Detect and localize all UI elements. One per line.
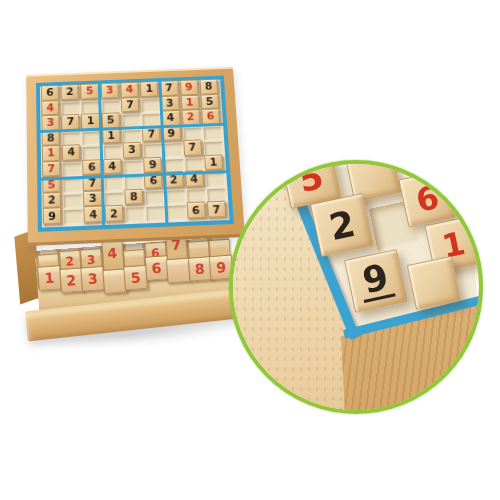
- sudoku-cell[interactable]: 1: [141, 84, 159, 98]
- sudoku-tile[interactable]: 7: [183, 140, 202, 156]
- sudoku-tile[interactable]: 9: [143, 157, 162, 173]
- sudoku-tile[interactable]: 8: [124, 189, 143, 206]
- sudoku-tile[interactable]: 1: [42, 145, 60, 161]
- sudoku-tile[interactable]: 3: [160, 95, 179, 111]
- product-photo: 6253417984731537154268179143776491576242…: [0, 0, 500, 500]
- sudoku-tile[interactable]: 1: [180, 94, 199, 110]
- stack-front-tile[interactable]: 5: [123, 265, 148, 291]
- sudoku-cell[interactable]: 7: [143, 129, 162, 143]
- sudoku-cell[interactable]: [64, 210, 83, 225]
- sudoku-cell[interactable]: [126, 207, 145, 222]
- sudoku-cell[interactable]: 3: [101, 85, 119, 99]
- sudoku-tile[interactable]: 7: [207, 201, 226, 218]
- sudoku-tile[interactable]: 2: [104, 205, 123, 222]
- sudoku-cell[interactable]: 3: [124, 145, 143, 159]
- inset-blank-tile: [407, 256, 462, 311]
- sudoku-tile[interactable]: 4: [62, 144, 81, 160]
- sudoku-cell[interactable]: [142, 99, 161, 113]
- sudoku-tile[interactable]: 5: [101, 112, 120, 128]
- sudoku-tile[interactable]: 3: [100, 83, 118, 99]
- drawer-tile-stack[interactable]: 66: [143, 242, 163, 243]
- sudoku-grid: 6253417984731537154268179143776491576242…: [40, 80, 230, 228]
- sudoku-tile[interactable]: 8: [199, 79, 218, 95]
- sudoku-tile[interactable]: 6: [201, 109, 220, 125]
- sudoku-cell[interactable]: 7: [184, 143, 203, 157]
- sudoku-cell[interactable]: 4: [85, 209, 104, 224]
- sudoku-tile[interactable]: 4: [84, 206, 103, 223]
- inset-tile: 9: [344, 249, 408, 313]
- drawer-tile-stack[interactable]: 22: [57, 248, 77, 249]
- sudoku-tile[interactable]: 7: [61, 114, 79, 130]
- sudoku-tile[interactable]: 7: [42, 161, 61, 177]
- sudoku-tile[interactable]: 3: [83, 190, 102, 207]
- sudoku-tile[interactable]: 4: [41, 100, 59, 116]
- sudoku-cell[interactable]: 9: [44, 211, 63, 226]
- sudoku-tile[interactable]: 2: [42, 192, 61, 209]
- sudoku-cell[interactable]: [206, 173, 225, 187]
- sudoku-tile[interactable]: 3: [41, 115, 59, 131]
- sudoku-tile[interactable]: 9: [180, 79, 199, 95]
- sudoku-tile[interactable]: 7: [121, 97, 140, 113]
- inset-tile: 6: [398, 169, 456, 227]
- sudoku-tile[interactable]: 7: [160, 80, 179, 96]
- sudoku-cell[interactable]: [203, 126, 222, 140]
- sudoku-cell[interactable]: 9: [163, 128, 182, 142]
- sudoku-tile[interactable]: 5: [81, 83, 99, 99]
- drawer-tile-stack[interactable]: 7: [165, 240, 185, 241]
- stack-front-tile[interactable]: [166, 258, 191, 284]
- sudoku-tile[interactable]: 2: [181, 109, 200, 125]
- sudoku-tile[interactable]: 6: [186, 202, 205, 219]
- sudoku-tile[interactable]: 4: [120, 82, 138, 98]
- sudoku-cell[interactable]: [166, 190, 185, 205]
- sudoku-cell[interactable]: 1: [103, 130, 122, 144]
- drawer-tile-stack[interactable]: 4: [100, 245, 120, 246]
- sudoku-cell[interactable]: [104, 177, 123, 191]
- drawer-tile-stack[interactable]: 33: [79, 246, 99, 247]
- sudoku-board: 6253417984731537154268179143776491576242…: [26, 67, 245, 246]
- drawer-tile-stack[interactable]: 5: [122, 243, 142, 244]
- sudoku-cell[interactable]: [64, 178, 83, 192]
- magnifier-inset: 52619: [229, 160, 483, 414]
- drawer-tile-stack[interactable]: 1: [36, 249, 56, 250]
- sudoku-cell[interactable]: [167, 206, 186, 221]
- sudoku-cell[interactable]: [64, 194, 83, 209]
- sudoku-tile[interactable]: 6: [41, 85, 59, 101]
- stack-front-tile[interactable]: 1: [37, 265, 62, 291]
- sudoku-tile[interactable]: 3: [122, 142, 141, 158]
- sudoku-tile[interactable]: 2: [61, 84, 79, 100]
- sudoku-tile[interactable]: 1: [81, 113, 99, 129]
- sudoku-tile[interactable]: 5: [200, 94, 219, 110]
- sudoku-tile[interactable]: 1: [140, 81, 159, 97]
- stack-front-tile[interactable]: 3: [80, 266, 105, 292]
- inset-tile: 2: [310, 193, 374, 257]
- sudoku-cell[interactable]: 7: [122, 100, 141, 114]
- sudoku-cell[interactable]: [146, 191, 165, 206]
- sudoku-cell[interactable]: [164, 143, 183, 157]
- drawer[interactable]: 122334566789: [20, 228, 241, 349]
- sudoku-cell[interactable]: 4: [63, 147, 82, 161]
- sudoku-cell[interactable]: 8: [125, 192, 144, 207]
- sudoku-cell[interactable]: [83, 131, 102, 145]
- sudoku-tile[interactable]: 4: [103, 158, 122, 174]
- sudoku-tile[interactable]: 1: [204, 154, 223, 170]
- sudoku-cell[interactable]: [146, 207, 165, 222]
- sudoku-cell[interactable]: 4: [186, 173, 205, 187]
- sudoku-cell[interactable]: 6: [145, 175, 164, 189]
- sudoku-cell[interactable]: 2: [165, 174, 184, 188]
- sudoku-cell[interactable]: 6: [187, 205, 206, 220]
- sudoku-cell[interactable]: 2: [105, 208, 124, 223]
- sudoku-tile[interactable]: 6: [83, 159, 102, 175]
- sudoku-cell[interactable]: 2: [62, 87, 80, 101]
- board-frame: 6253417984731537154268179143776491576242…: [36, 76, 234, 232]
- sudoku-cell[interactable]: 7: [208, 204, 227, 219]
- sudoku-tile[interactable]: 9: [43, 208, 62, 225]
- sudoku-cell[interactable]: 5: [82, 86, 100, 100]
- sudoku-tile[interactable]: 4: [161, 110, 180, 126]
